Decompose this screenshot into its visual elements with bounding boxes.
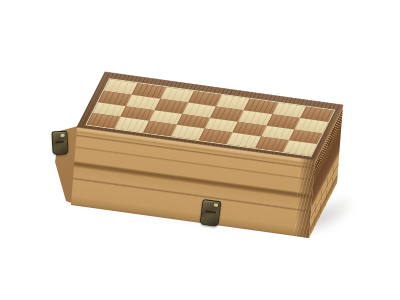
center-clasp bbox=[199, 199, 221, 227]
clasp-slot bbox=[56, 141, 64, 143]
product-photo bbox=[0, 0, 400, 300]
board-square bbox=[283, 140, 317, 155]
clasp-slot bbox=[205, 210, 215, 213]
clasp-glint bbox=[214, 203, 218, 206]
left-clasp bbox=[51, 131, 68, 156]
clasp-glint bbox=[61, 134, 65, 137]
